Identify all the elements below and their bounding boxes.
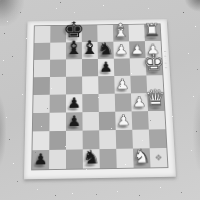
square-h2 [149, 129, 167, 148]
square-b5 [50, 77, 66, 95]
film-dust-dark [0, 0, 1, 1]
square-f7 [113, 41, 129, 58]
square-f4 [115, 93, 132, 111]
square-e2 [99, 130, 116, 149]
square-h3 [148, 111, 165, 130]
square-h8 [144, 24, 161, 41]
photo-smudge-top-right [184, 0, 200, 12]
square-b7 [50, 42, 66, 59]
square-d1 [83, 149, 100, 168]
square-g4 [131, 93, 148, 111]
square-e5 [98, 76, 115, 94]
square-g3 [132, 111, 149, 130]
square-b3 [49, 112, 66, 131]
square-c8 [66, 25, 82, 42]
square-a6 [34, 60, 50, 78]
photo-smudge-top-left [0, 0, 24, 26]
square-g6 [130, 58, 147, 76]
square-e3 [99, 112, 116, 131]
square-a7 [34, 43, 50, 60]
square-e7 [98, 42, 114, 59]
square-g1 [133, 148, 151, 167]
square-a1 [32, 150, 49, 169]
square-c2 [66, 131, 83, 150]
square-d2 [83, 130, 100, 149]
square-a4 [33, 95, 50, 113]
square-f2 [116, 130, 133, 149]
square-c6 [66, 59, 82, 77]
square-a5 [34, 77, 50, 95]
square-e6 [98, 59, 114, 77]
square-b8 [50, 26, 66, 43]
square-f3 [115, 111, 132, 130]
square-e4 [98, 94, 115, 112]
square-e1 [99, 149, 116, 168]
film-dust-light [0, 0, 1, 1]
square-b1 [49, 150, 66, 169]
playing-area [32, 24, 167, 169]
square-h5 [146, 75, 163, 93]
square-b6 [50, 59, 66, 77]
square-g2 [132, 130, 149, 149]
square-e8 [97, 25, 113, 42]
square-f8 [113, 25, 129, 42]
photo-smudge-left [0, 96, 6, 166]
photograph: ♚♝♝♞♟♟♟♟♞♝♜♟♟♟♚♟♟♛♟♞ ❖ ı·ı··ı·ı [0, 0, 200, 200]
square-g7 [129, 41, 146, 58]
square-h7 [145, 41, 162, 58]
square-g5 [130, 75, 147, 93]
square-d4 [82, 94, 99, 112]
square-d7 [82, 42, 98, 59]
square-a2 [32, 131, 49, 150]
square-f1 [116, 149, 133, 168]
square-b2 [49, 131, 66, 150]
square-b4 [50, 94, 66, 112]
square-c4 [66, 94, 82, 112]
square-h4 [147, 93, 164, 111]
square-h6 [146, 58, 163, 76]
board-maker-logo-icon: ❖ [154, 153, 162, 162]
square-d3 [82, 112, 99, 131]
square-c3 [66, 112, 83, 131]
square-d8 [82, 25, 98, 42]
square-f6 [114, 58, 131, 76]
square-g8 [129, 25, 145, 42]
photo-smudge-right [193, 92, 200, 172]
square-c5 [66, 76, 82, 94]
square-d6 [82, 59, 98, 77]
square-c1 [66, 149, 83, 168]
square-a8 [34, 26, 50, 43]
chessboard: ♚♝♝♞♟♟♟♟♞♝♜♟♟♟♚♟♟♛♟♞ ❖ ı·ı··ı·ı [24, 19, 176, 179]
square-d5 [82, 76, 98, 94]
square-c7 [66, 42, 82, 59]
square-f5 [114, 76, 131, 94]
square-a3 [33, 113, 50, 132]
